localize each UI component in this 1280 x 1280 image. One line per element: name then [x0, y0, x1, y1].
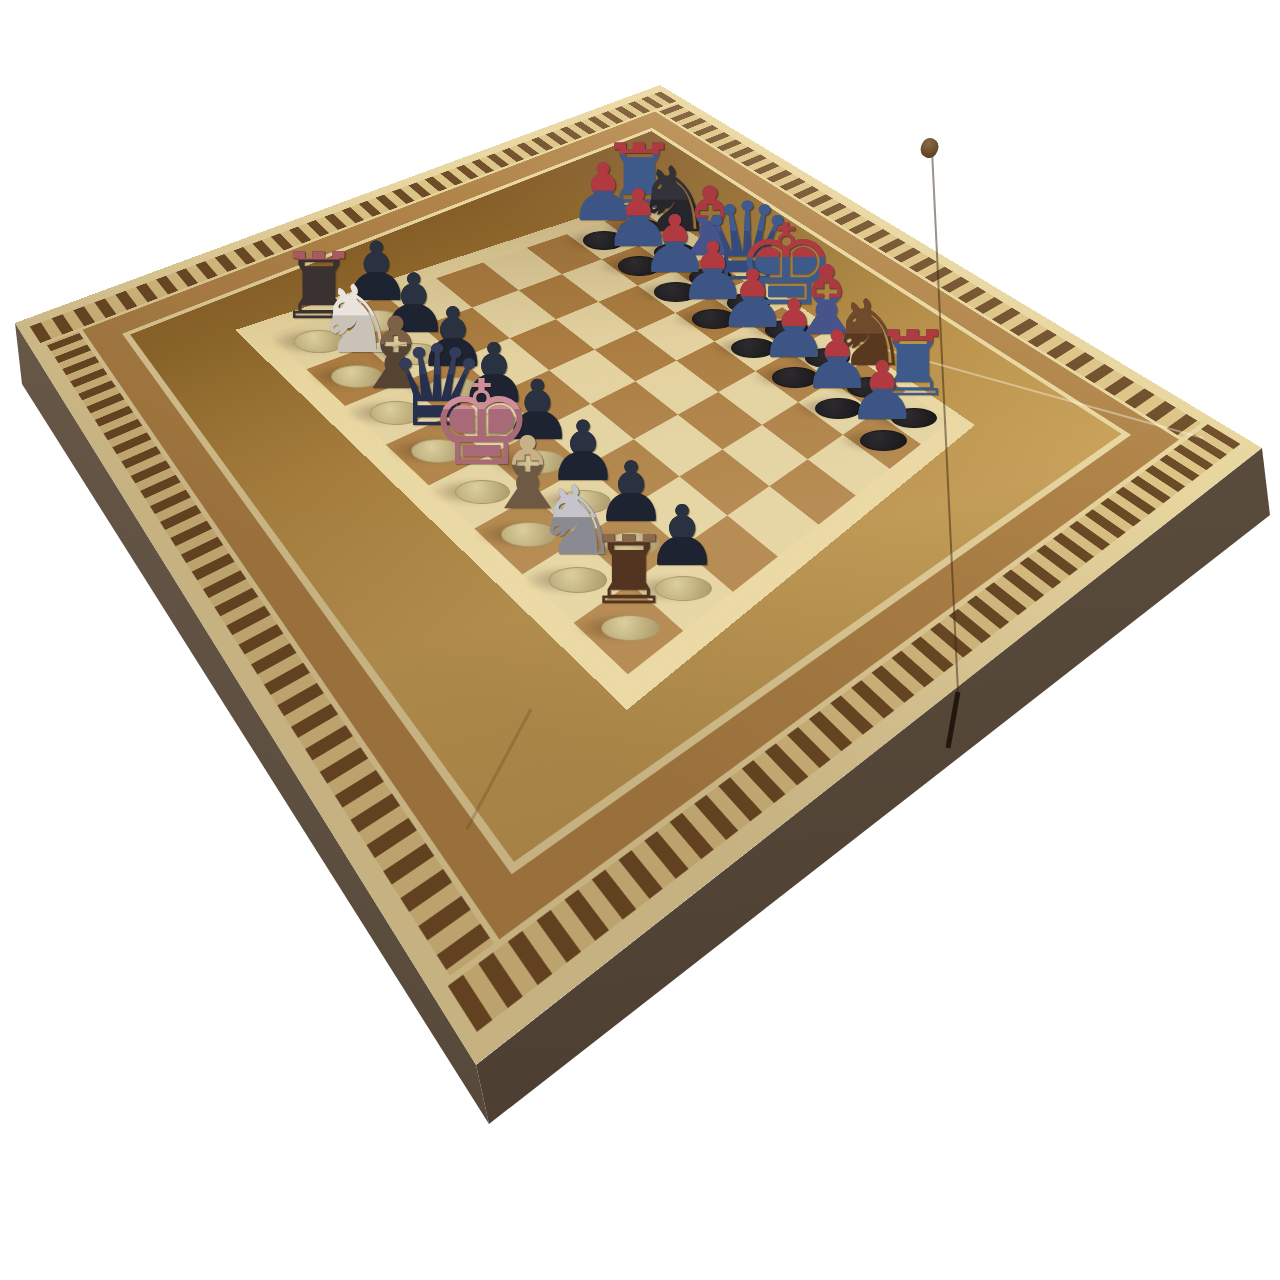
hinge-latch-knob — [918, 136, 941, 161]
scene-chess-box-photo: ♜♜♞♞♝♝♛♛♚♚♝♝♞♞♜♜♟♟♟♟♟♟♟♟♟♟♟♟♟♟♟♟♜♜♞♞♝♝♛♛… — [0, 0, 1280, 1280]
fold-seam-side-gap — [948, 692, 958, 748]
